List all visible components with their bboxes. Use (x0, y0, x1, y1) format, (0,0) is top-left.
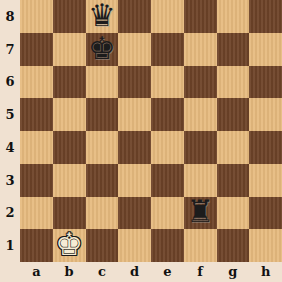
square-h3[interactable] (249, 164, 282, 197)
square-a8[interactable] (20, 0, 53, 33)
square-b5[interactable] (53, 98, 86, 131)
square-f3[interactable] (184, 164, 217, 197)
square-a1[interactable] (20, 229, 53, 262)
rank-label-2: 2 (0, 197, 20, 230)
square-g7[interactable] (217, 33, 250, 66)
square-e2[interactable] (151, 197, 184, 230)
file-label-c: c (86, 262, 119, 282)
square-c6[interactable] (86, 66, 119, 99)
file-label-d: d (118, 262, 151, 282)
square-d8[interactable] (118, 0, 151, 33)
square-g2[interactable] (217, 197, 250, 230)
square-e8[interactable] (151, 0, 184, 33)
square-f8[interactable] (184, 0, 217, 33)
white-king-piece[interactable]: ♚ (55, 229, 83, 260)
square-d5[interactable] (118, 98, 151, 131)
square-c8[interactable]: ♛ (86, 0, 119, 33)
square-f6[interactable] (184, 66, 217, 99)
square-f7[interactable] (184, 33, 217, 66)
square-d4[interactable] (118, 131, 151, 164)
square-b4[interactable] (53, 131, 86, 164)
square-d6[interactable] (118, 66, 151, 99)
square-b6[interactable] (53, 66, 86, 99)
black-king-piece[interactable]: ♚ (88, 33, 116, 64)
square-a6[interactable] (20, 66, 53, 99)
file-label-e: e (151, 262, 184, 282)
rank-label-4: 4 (0, 131, 20, 164)
square-b2[interactable] (53, 197, 86, 230)
square-f2[interactable]: ♜ (184, 197, 217, 230)
square-b1[interactable]: ♚ (53, 229, 86, 262)
square-c4[interactable] (86, 131, 119, 164)
file-labels: abcdefgh (20, 262, 282, 282)
square-b7[interactable] (53, 33, 86, 66)
chessboard-frame: 87654321 ♛♚♜♚ abcdefgh (0, 0, 282, 282)
rank-label-7: 7 (0, 33, 20, 66)
square-a3[interactable] (20, 164, 53, 197)
file-label-g: g (217, 262, 250, 282)
file-label-b: b (53, 262, 86, 282)
rank-label-6: 6 (0, 66, 20, 99)
square-e7[interactable] (151, 33, 184, 66)
square-h2[interactable] (249, 197, 282, 230)
square-a4[interactable] (20, 131, 53, 164)
square-g5[interactable] (217, 98, 250, 131)
square-g1[interactable] (217, 229, 250, 262)
square-e5[interactable] (151, 98, 184, 131)
square-e6[interactable] (151, 66, 184, 99)
square-d7[interactable] (118, 33, 151, 66)
square-c5[interactable] (86, 98, 119, 131)
square-c2[interactable] (86, 197, 119, 230)
square-h5[interactable] (249, 98, 282, 131)
square-c7[interactable]: ♚ (86, 33, 119, 66)
square-f5[interactable] (184, 98, 217, 131)
chessboard[interactable]: ♛♚♜♚ (20, 0, 282, 262)
square-a5[interactable] (20, 98, 53, 131)
rank-label-3: 3 (0, 164, 20, 197)
square-d1[interactable] (118, 229, 151, 262)
square-e3[interactable] (151, 164, 184, 197)
square-a2[interactable] (20, 197, 53, 230)
rank-label-8: 8 (0, 0, 20, 33)
square-f1[interactable] (184, 229, 217, 262)
square-b8[interactable] (53, 0, 86, 33)
square-g4[interactable] (217, 131, 250, 164)
file-label-f: f (184, 262, 217, 282)
rank-label-5: 5 (0, 98, 20, 131)
rank-labels: 87654321 (0, 0, 20, 262)
square-h4[interactable] (249, 131, 282, 164)
square-d2[interactable] (118, 197, 151, 230)
square-c1[interactable] (86, 229, 119, 262)
square-a7[interactable] (20, 33, 53, 66)
black-rook-piece[interactable]: ♜ (186, 196, 214, 227)
square-g3[interactable] (217, 164, 250, 197)
file-label-a: a (20, 262, 53, 282)
black-queen-piece[interactable]: ♛ (88, 0, 116, 31)
square-e4[interactable] (151, 131, 184, 164)
square-h1[interactable] (249, 229, 282, 262)
square-h8[interactable] (249, 0, 282, 33)
square-c3[interactable] (86, 164, 119, 197)
square-g8[interactable] (217, 0, 250, 33)
square-e1[interactable] (151, 229, 184, 262)
square-b3[interactable] (53, 164, 86, 197)
rank-label-1: 1 (0, 229, 20, 262)
file-label-h: h (249, 262, 282, 282)
square-f4[interactable] (184, 131, 217, 164)
square-h6[interactable] (249, 66, 282, 99)
square-d3[interactable] (118, 164, 151, 197)
square-g6[interactable] (217, 66, 250, 99)
square-h7[interactable] (249, 33, 282, 66)
